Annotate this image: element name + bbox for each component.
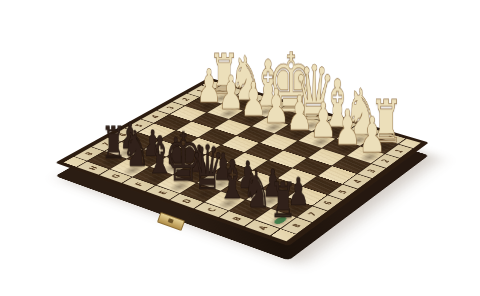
clasp-pin — [168, 218, 174, 223]
rank-label-5: 5 — [337, 189, 350, 194]
rank-label-4: 4 — [150, 114, 161, 118]
rank-label-3: 3 — [165, 106, 176, 110]
rank-label-3: 3 — [366, 169, 378, 174]
rank-label-2: 2 — [380, 158, 392, 163]
rank-label-7: 7 — [306, 211, 319, 217]
file-label-C: C — [336, 121, 348, 126]
file-label-G: G — [245, 94, 257, 99]
file-label-C: C — [205, 207, 218, 213]
piece-shadow — [240, 204, 268, 219]
rank-label-8: 8 — [83, 151, 95, 156]
rank-label-2: 2 — [180, 97, 191, 101]
rank-label-1: 1 — [393, 149, 405, 154]
square-c5 — [254, 160, 292, 177]
chess-board: 87654321H♜♟♟♜HG♞♟♟♞GF♝♟♟♝FE♚♟♟♚ED♛♟♟♛DC♝… — [55, 77, 429, 246]
rank-label-1: 1 — [195, 89, 206, 93]
file-label-F: F — [268, 101, 279, 105]
product-photo: 87654321H♜♟♟♜HG♞♟♟♞GF♝♟♟♝FE♚♟♟♚ED♛♟♟♛DC♝… — [0, 0, 480, 296]
file-label-D: D — [180, 198, 193, 204]
file-label-F: F — [133, 182, 145, 187]
rank-label-8: 8 — [290, 223, 303, 229]
piece-shadow — [114, 146, 141, 159]
rank-label-6: 6 — [322, 200, 335, 206]
file-label-E: E — [156, 190, 168, 195]
file-label-A: A — [256, 225, 269, 231]
file-label-H: H — [224, 87, 236, 91]
piece-shadow — [332, 143, 357, 156]
rank-label-4: 4 — [351, 179, 363, 184]
file-label-B: B — [230, 216, 243, 222]
piece-shadow — [183, 169, 210, 182]
file-label-A: A — [384, 135, 396, 140]
file-label-G: G — [109, 173, 122, 179]
rank-label-5: 5 — [134, 123, 145, 128]
file-label-E: E — [290, 107, 301, 111]
file-label-B: B — [360, 128, 372, 133]
file-label-H: H — [87, 165, 100, 171]
rank-label-7: 7 — [101, 142, 113, 147]
rank-label-6: 6 — [117, 132, 128, 137]
piece-shadow — [322, 126, 347, 138]
file-label-D: D — [313, 114, 325, 119]
